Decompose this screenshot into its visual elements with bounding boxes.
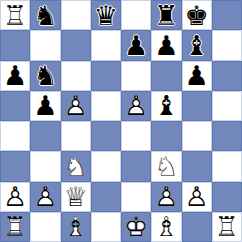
square-f2[interactable]: ♟♙ bbox=[151, 182, 181, 212]
black-pawn-a6[interactable]: ♟ bbox=[0, 61, 30, 91]
piece-outline: ♗ bbox=[61, 212, 91, 242]
black-bishop-f5[interactable]: ♝ bbox=[151, 91, 181, 121]
white-bishop-f1[interactable]: ♝♗ bbox=[151, 212, 181, 242]
square-e5[interactable]: ♟♙ bbox=[121, 91, 151, 121]
square-c4[interactable] bbox=[61, 121, 91, 151]
square-b2[interactable]: ♟♙ bbox=[30, 182, 60, 212]
black-knight-b8[interactable]: ♞ bbox=[30, 0, 60, 30]
black-pawn-e7[interactable]: ♟ bbox=[121, 30, 151, 60]
square-b6[interactable]: ♞ bbox=[30, 61, 60, 91]
square-c1[interactable]: ♝♗ bbox=[61, 212, 91, 242]
piece-outline: ♖ bbox=[0, 0, 30, 30]
chess-board-container: ♜♖♞♛♜♚♟♟♝♟♞♟♟♟♙♟♙♝♞♘♞♘♟♙♟♙♛♕♟♙♟♙♜♖♝♗♚♔♝♗… bbox=[0, 0, 242, 242]
square-h5[interactable] bbox=[212, 91, 242, 121]
white-knight-c3[interactable]: ♞♘ bbox=[61, 151, 91, 181]
square-g8[interactable]: ♚ bbox=[182, 0, 212, 30]
square-d5[interactable] bbox=[91, 91, 121, 121]
square-c7[interactable] bbox=[61, 30, 91, 60]
square-h8[interactable] bbox=[212, 0, 242, 30]
square-a6[interactable]: ♟ bbox=[0, 61, 30, 91]
square-h6[interactable] bbox=[212, 61, 242, 91]
square-f6[interactable] bbox=[151, 61, 181, 91]
piece-outline: ♙ bbox=[61, 91, 91, 121]
square-c5[interactable]: ♟♙ bbox=[61, 91, 91, 121]
square-h3[interactable] bbox=[212, 151, 242, 181]
square-c8[interactable] bbox=[61, 0, 91, 30]
piece-outline: ♖ bbox=[0, 212, 30, 242]
piece-outline: ♙ bbox=[182, 182, 212, 212]
white-bishop-c1[interactable]: ♝♗ bbox=[61, 212, 91, 242]
square-d3[interactable] bbox=[91, 151, 121, 181]
square-f4[interactable] bbox=[151, 121, 181, 151]
square-b4[interactable] bbox=[30, 121, 60, 151]
square-f1[interactable]: ♝♗ bbox=[151, 212, 181, 242]
white-queen-c2[interactable]: ♛♕ bbox=[61, 182, 91, 212]
white-king-e1[interactable]: ♚♔ bbox=[121, 212, 151, 242]
square-d4[interactable] bbox=[91, 121, 121, 151]
piece-outline: ♔ bbox=[121, 212, 151, 242]
square-d1[interactable] bbox=[91, 212, 121, 242]
black-bishop-g7[interactable]: ♝ bbox=[182, 30, 212, 60]
square-a2[interactable]: ♟♙ bbox=[0, 182, 30, 212]
square-c6[interactable] bbox=[61, 61, 91, 91]
white-pawn-f2[interactable]: ♟♙ bbox=[151, 182, 181, 212]
square-b7[interactable] bbox=[30, 30, 60, 60]
square-c3[interactable]: ♞♘ bbox=[61, 151, 91, 181]
square-d6[interactable] bbox=[91, 61, 121, 91]
white-pawn-g2[interactable]: ♟♙ bbox=[182, 182, 212, 212]
square-a7[interactable] bbox=[0, 30, 30, 60]
square-a1[interactable]: ♜♖ bbox=[0, 212, 30, 242]
square-a4[interactable] bbox=[0, 121, 30, 151]
square-e2[interactable] bbox=[121, 182, 151, 212]
square-e6[interactable] bbox=[121, 61, 151, 91]
square-b5[interactable]: ♟ bbox=[30, 91, 60, 121]
piece-outline: ♙ bbox=[151, 182, 181, 212]
square-d7[interactable] bbox=[91, 30, 121, 60]
square-f8[interactable]: ♜ bbox=[151, 0, 181, 30]
square-g4[interactable] bbox=[182, 121, 212, 151]
square-f7[interactable]: ♟ bbox=[151, 30, 181, 60]
square-d8[interactable]: ♛ bbox=[91, 0, 121, 30]
white-rook-a8[interactable]: ♜♖ bbox=[0, 0, 30, 30]
white-rook-a1[interactable]: ♜♖ bbox=[0, 212, 30, 242]
white-knight-f3[interactable]: ♞♘ bbox=[151, 151, 181, 181]
square-b3[interactable] bbox=[30, 151, 60, 181]
square-h7[interactable] bbox=[212, 30, 242, 60]
square-g7[interactable]: ♝ bbox=[182, 30, 212, 60]
square-h4[interactable] bbox=[212, 121, 242, 151]
white-pawn-e5[interactable]: ♟♙ bbox=[121, 91, 151, 121]
square-b1[interactable] bbox=[30, 212, 60, 242]
black-pawn-f7[interactable]: ♟ bbox=[151, 30, 181, 60]
black-rook-f8[interactable]: ♜ bbox=[151, 0, 181, 30]
white-rook-h1[interactable]: ♜♖ bbox=[212, 212, 242, 242]
piece-outline: ♖ bbox=[212, 212, 242, 242]
square-a8[interactable]: ♜♖ bbox=[0, 0, 30, 30]
chess-board: ♜♖♞♛♜♚♟♟♝♟♞♟♟♟♙♟♙♝♞♘♞♘♟♙♟♙♛♕♟♙♟♙♜♖♝♗♚♔♝♗… bbox=[0, 0, 242, 242]
black-queen-d8[interactable]: ♛ bbox=[91, 0, 121, 30]
piece-outline: ♘ bbox=[151, 151, 181, 181]
square-e8[interactable] bbox=[121, 0, 151, 30]
black-king-g8[interactable]: ♚ bbox=[182, 0, 212, 30]
square-d2[interactable] bbox=[91, 182, 121, 212]
square-g5[interactable] bbox=[182, 91, 212, 121]
square-e7[interactable]: ♟ bbox=[121, 30, 151, 60]
piece-outline: ♙ bbox=[121, 91, 151, 121]
square-f3[interactable]: ♞♘ bbox=[151, 151, 181, 181]
square-h2[interactable] bbox=[212, 182, 242, 212]
piece-outline: ♙ bbox=[0, 182, 30, 212]
square-a3[interactable] bbox=[0, 151, 30, 181]
square-h1[interactable]: ♜♖ bbox=[212, 212, 242, 242]
white-pawn-c5[interactable]: ♟♙ bbox=[61, 91, 91, 121]
black-pawn-g6[interactable]: ♟ bbox=[182, 61, 212, 91]
black-knight-b6[interactable]: ♞ bbox=[30, 61, 60, 91]
square-f5[interactable]: ♝ bbox=[151, 91, 181, 121]
black-pawn-b5[interactable]: ♟ bbox=[30, 91, 60, 121]
piece-outline: ♙ bbox=[30, 182, 60, 212]
square-g3[interactable] bbox=[182, 151, 212, 181]
square-c2[interactable]: ♛♕ bbox=[61, 182, 91, 212]
square-b8[interactable]: ♞ bbox=[30, 0, 60, 30]
piece-outline: ♗ bbox=[151, 212, 181, 242]
square-a5[interactable] bbox=[0, 91, 30, 121]
square-e4[interactable] bbox=[121, 121, 151, 151]
white-pawn-a2[interactable]: ♟♙ bbox=[0, 182, 30, 212]
square-e1[interactable]: ♚♔ bbox=[121, 212, 151, 242]
square-g2[interactable]: ♟♙ bbox=[182, 182, 212, 212]
piece-outline: ♘ bbox=[61, 151, 91, 181]
square-g6[interactable]: ♟ bbox=[182, 61, 212, 91]
square-e3[interactable] bbox=[121, 151, 151, 181]
white-pawn-b2[interactable]: ♟♙ bbox=[30, 182, 60, 212]
square-g1[interactable] bbox=[182, 212, 212, 242]
piece-outline: ♕ bbox=[61, 182, 91, 212]
